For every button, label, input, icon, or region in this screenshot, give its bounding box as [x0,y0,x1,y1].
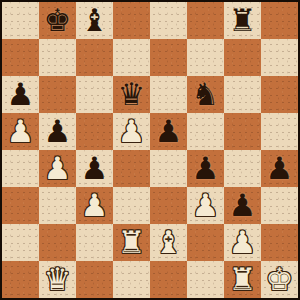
square-b7[interactable] [39,39,76,76]
square-d8[interactable] [113,2,150,39]
piece-white-queen[interactable]: ♛ [44,264,72,295]
chess-board: ♚♝♜♟♛♞♟♟♟♟♟♟♟♟♟♟♟♜♝♟♛♜♚ [0,0,300,300]
square-h3[interactable] [261,187,298,224]
piece-white-bishop[interactable]: ♝ [155,227,183,258]
square-d6[interactable]: ♛ [113,76,150,113]
piece-white-pawn[interactable]: ♟ [118,116,146,147]
square-c6[interactable] [76,76,113,113]
piece-black-knight[interactable]: ♞ [192,79,220,110]
square-c2[interactable] [76,224,113,261]
piece-white-pawn[interactable]: ♟ [81,190,109,221]
piece-black-pawn[interactable]: ♟ [192,153,220,184]
square-e3[interactable] [150,187,187,224]
square-e5[interactable]: ♟ [150,113,187,150]
piece-white-rook[interactable]: ♜ [118,227,146,258]
piece-white-pawn[interactable]: ♟ [44,153,72,184]
square-b6[interactable] [39,76,76,113]
square-g5[interactable] [224,113,261,150]
square-d4[interactable] [113,150,150,187]
square-b2[interactable] [39,224,76,261]
piece-white-pawn[interactable]: ♟ [192,190,220,221]
square-b1[interactable]: ♛ [39,261,76,298]
square-b5[interactable]: ♟ [39,113,76,150]
square-d3[interactable] [113,187,150,224]
square-a8[interactable] [2,2,39,39]
square-h4[interactable]: ♟ [261,150,298,187]
square-a1[interactable] [2,261,39,298]
square-c1[interactable] [76,261,113,298]
piece-black-pawn[interactable]: ♟ [44,116,72,147]
square-d7[interactable] [113,39,150,76]
square-c7[interactable] [76,39,113,76]
square-h7[interactable] [261,39,298,76]
square-h6[interactable] [261,76,298,113]
square-a2[interactable] [2,224,39,261]
square-c8[interactable]: ♝ [76,2,113,39]
square-c3[interactable]: ♟ [76,187,113,224]
piece-black-pawn[interactable]: ♟ [7,79,35,110]
square-e2[interactable]: ♝ [150,224,187,261]
square-e8[interactable] [150,2,187,39]
square-f1[interactable] [187,261,224,298]
square-f3[interactable]: ♟ [187,187,224,224]
square-d1[interactable] [113,261,150,298]
square-b8[interactable]: ♚ [39,2,76,39]
piece-black-bishop[interactable]: ♝ [81,5,109,36]
square-h2[interactable] [261,224,298,261]
square-h5[interactable] [261,113,298,150]
square-e1[interactable] [150,261,187,298]
square-a6[interactable]: ♟ [2,76,39,113]
square-d5[interactable]: ♟ [113,113,150,150]
piece-black-pawn[interactable]: ♟ [155,116,183,147]
square-h1[interactable]: ♚ [261,261,298,298]
square-a5[interactable]: ♟ [2,113,39,150]
square-g1[interactable]: ♜ [224,261,261,298]
square-b3[interactable] [39,187,76,224]
square-a3[interactable] [2,187,39,224]
square-a4[interactable] [2,150,39,187]
piece-black-pawn[interactable]: ♟ [266,153,294,184]
square-g8[interactable]: ♜ [224,2,261,39]
square-g2[interactable]: ♟ [224,224,261,261]
piece-black-pawn[interactable]: ♟ [229,190,257,221]
piece-white-pawn[interactable]: ♟ [229,227,257,258]
piece-black-pawn[interactable]: ♟ [81,153,109,184]
square-g4[interactable] [224,150,261,187]
piece-black-rook[interactable]: ♜ [229,5,257,36]
square-f2[interactable] [187,224,224,261]
square-c4[interactable]: ♟ [76,150,113,187]
square-f6[interactable]: ♞ [187,76,224,113]
piece-black-queen[interactable]: ♛ [118,79,146,110]
square-c5[interactable] [76,113,113,150]
square-g6[interactable] [224,76,261,113]
square-h8[interactable] [261,2,298,39]
square-f5[interactable] [187,113,224,150]
square-b4[interactable]: ♟ [39,150,76,187]
square-d2[interactable]: ♜ [113,224,150,261]
square-a7[interactable] [2,39,39,76]
square-g3[interactable]: ♟ [224,187,261,224]
square-f8[interactable] [187,2,224,39]
square-e4[interactable] [150,150,187,187]
piece-white-king[interactable]: ♚ [266,264,294,295]
square-e7[interactable] [150,39,187,76]
piece-black-king[interactable]: ♚ [44,5,72,36]
piece-white-pawn[interactable]: ♟ [7,116,35,147]
square-f4[interactable]: ♟ [187,150,224,187]
square-f7[interactable] [187,39,224,76]
square-g7[interactable] [224,39,261,76]
piece-white-rook[interactable]: ♜ [229,264,257,295]
square-e6[interactable] [150,76,187,113]
